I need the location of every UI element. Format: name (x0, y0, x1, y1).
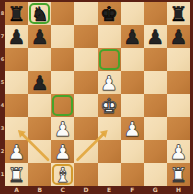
black-pawn-a7[interactable]: ♟ (8, 27, 26, 47)
square-c3[interactable]: ♟ (51, 117, 74, 140)
square-a7[interactable]: ♟ (5, 25, 28, 48)
square-f7[interactable]: ♟ (121, 25, 144, 48)
square-f2[interactable] (121, 140, 144, 163)
square-e8[interactable]: ♚ (98, 2, 121, 25)
rank-label-1: 1 (0, 172, 5, 177)
square-h7[interactable]: ♟ (167, 25, 190, 48)
square-g8[interactable] (144, 2, 167, 25)
square-b5[interactable]: ♟ (28, 71, 51, 94)
black-pawn-f7[interactable]: ♟ (123, 27, 141, 47)
file-label-g: G (144, 186, 167, 194)
square-h1[interactable]: ♜ (167, 163, 190, 186)
square-e6[interactable] (98, 48, 121, 71)
square-h4[interactable] (167, 94, 190, 117)
square-d4[interactable] (74, 94, 97, 117)
black-knight-b8[interactable]: ♞ (31, 4, 49, 24)
chess-board-widget: ♜♞♚♜♟♟♟♟♟♟♟♚♟♟♟♟♟♜♝♜ 87654321ABCDEFGH (0, 0, 193, 194)
white-king-e4[interactable]: ♚ (100, 96, 118, 116)
black-pawn-b7[interactable]: ♟ (31, 27, 49, 47)
square-a8[interactable]: ♜ (5, 2, 28, 25)
square-e7[interactable] (98, 25, 121, 48)
square-c7[interactable] (51, 25, 74, 48)
square-b4[interactable] (28, 94, 51, 117)
square-b3[interactable] (28, 117, 51, 140)
white-pawn-c3[interactable]: ♟ (54, 119, 72, 139)
chess-board[interactable]: ♜♞♚♜♟♟♟♟♟♟♟♚♟♟♟♟♟♜♝♜ (5, 2, 190, 186)
square-e4[interactable]: ♚ (98, 94, 121, 117)
square-d2[interactable] (74, 140, 97, 163)
square-f5[interactable] (121, 71, 144, 94)
white-pawn-a2[interactable]: ♟ (8, 142, 26, 162)
rank-label-4: 4 (0, 103, 5, 108)
square-g6[interactable] (144, 48, 167, 71)
square-h5[interactable] (167, 71, 190, 94)
square-c2[interactable]: ♟ (51, 140, 74, 163)
square-g2[interactable] (144, 140, 167, 163)
file-label-h: H (167, 186, 190, 194)
black-rook-h8[interactable]: ♜ (169, 4, 187, 24)
square-a5[interactable] (5, 71, 28, 94)
square-g5[interactable] (144, 71, 167, 94)
square-g1[interactable] (144, 163, 167, 186)
square-d3[interactable] (74, 117, 97, 140)
white-pawn-c2[interactable]: ♟ (54, 142, 72, 162)
square-e1[interactable] (98, 163, 121, 186)
square-b1[interactable] (28, 163, 51, 186)
square-a2[interactable]: ♟ (5, 140, 28, 163)
square-e5[interactable]: ♟ (98, 71, 121, 94)
square-c4[interactable] (51, 94, 74, 117)
black-pawn-b5[interactable]: ♟ (31, 73, 49, 93)
square-h8[interactable]: ♜ (167, 2, 190, 25)
white-bishop-c1[interactable]: ♝ (54, 165, 72, 185)
square-d7[interactable] (74, 25, 97, 48)
square-f1[interactable] (121, 163, 144, 186)
square-c6[interactable] (51, 48, 74, 71)
rank-label-5: 5 (0, 80, 5, 85)
file-label-f: F (121, 186, 144, 194)
square-f3[interactable]: ♟ (121, 117, 144, 140)
file-label-d: D (74, 186, 97, 194)
square-d1[interactable] (74, 163, 97, 186)
square-a1[interactable]: ♜ (5, 163, 28, 186)
square-d5[interactable] (74, 71, 97, 94)
square-c8[interactable] (51, 2, 74, 25)
rank-label-7: 7 (0, 34, 5, 39)
white-pawn-f3[interactable]: ♟ (123, 119, 141, 139)
square-g3[interactable] (144, 117, 167, 140)
square-b2[interactable] (28, 140, 51, 163)
rank-label-6: 6 (0, 57, 5, 62)
square-d8[interactable] (74, 2, 97, 25)
square-f8[interactable] (121, 2, 144, 25)
black-king-e8[interactable]: ♚ (100, 4, 118, 24)
rank-label-3: 3 (0, 126, 5, 131)
white-rook-h1[interactable]: ♜ (169, 165, 187, 185)
white-rook-a1[interactable]: ♜ (8, 165, 26, 185)
file-label-b: B (28, 186, 51, 194)
black-pawn-g7[interactable]: ♟ (146, 27, 164, 47)
square-e2[interactable] (98, 140, 121, 163)
square-a4[interactable] (5, 94, 28, 117)
black-rook-a8[interactable]: ♜ (8, 4, 26, 24)
square-c1[interactable]: ♝ (51, 163, 74, 186)
square-h2[interactable]: ♟ (167, 140, 190, 163)
square-b7[interactable]: ♟ (28, 25, 51, 48)
square-h6[interactable] (167, 48, 190, 71)
rank-label-8: 8 (0, 11, 5, 16)
square-a6[interactable] (5, 48, 28, 71)
square-g4[interactable] (144, 94, 167, 117)
square-c5[interactable] (51, 71, 74, 94)
square-b8[interactable]: ♞ (28, 2, 51, 25)
file-label-e: E (98, 186, 121, 194)
square-d6[interactable] (74, 48, 97, 71)
square-f6[interactable] (121, 48, 144, 71)
file-label-c: C (51, 186, 74, 194)
white-pawn-h2[interactable]: ♟ (169, 142, 187, 162)
square-f4[interactable] (121, 94, 144, 117)
rank-label-2: 2 (0, 149, 5, 154)
square-b6[interactable] (28, 48, 51, 71)
white-pawn-e5[interactable]: ♟ (100, 73, 118, 93)
square-e3[interactable] (98, 117, 121, 140)
black-pawn-h7[interactable]: ♟ (169, 27, 187, 47)
square-g7[interactable]: ♟ (144, 25, 167, 48)
green-highlight-e6 (99, 49, 120, 70)
green-highlight-c4 (52, 95, 73, 116)
square-h3[interactable] (167, 117, 190, 140)
square-a3[interactable] (5, 117, 28, 140)
file-label-a: A (5, 186, 28, 194)
